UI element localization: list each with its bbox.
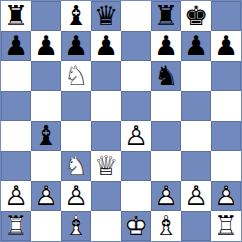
white-piece-outline: ♙ [31, 181, 61, 211]
square-h3[interactable] [211, 151, 241, 181]
square-h7[interactable]: ♟ [211, 31, 241, 61]
square-e5[interactable] [121, 91, 151, 121]
white-piece-outline: ♙ [211, 181, 241, 211]
square-c1[interactable]: ♝♗ [61, 211, 91, 241]
square-f8[interactable]: ♜ [151, 1, 181, 31]
white-piece-outline: ♙ [61, 181, 91, 211]
square-b5[interactable] [31, 91, 61, 121]
white-piece-outline: ♙ [151, 181, 181, 211]
white-bishop-icon[interactable]: ♝♗ [151, 211, 181, 241]
square-c3[interactable]: ♞♘ [61, 151, 91, 181]
white-pawn-icon[interactable]: ♟♙ [1, 181, 31, 211]
square-g8[interactable]: ♚ [181, 1, 211, 31]
square-c4[interactable] [61, 121, 91, 151]
square-f6[interactable]: ♞ [151, 61, 181, 91]
square-b6[interactable] [31, 61, 61, 91]
square-h6[interactable] [211, 61, 241, 91]
white-piece-outline: ♘ [61, 151, 91, 181]
white-knight-icon[interactable]: ♞♘ [61, 61, 91, 91]
square-c7[interactable]: ♟ [61, 31, 91, 61]
square-d3[interactable]: ♛♕ [91, 151, 121, 181]
square-a3[interactable] [1, 151, 31, 181]
square-d7[interactable]: ♟ [91, 31, 121, 61]
square-b4[interactable]: ♝ [31, 121, 61, 151]
white-piece-outline: ♗ [151, 211, 181, 241]
white-bishop-icon[interactable]: ♝♗ [61, 211, 91, 241]
black-pawn-icon[interactable]: ♟ [31, 31, 61, 61]
square-h2[interactable]: ♟♙ [211, 181, 241, 211]
square-e6[interactable] [121, 61, 151, 91]
square-c8[interactable]: ♝ [61, 1, 91, 31]
square-h5[interactable] [211, 91, 241, 121]
white-pawn-icon[interactable]: ♟♙ [31, 181, 61, 211]
black-pawn-icon[interactable]: ♟ [211, 31, 241, 61]
square-e3[interactable] [121, 151, 151, 181]
black-bishop-icon[interactable]: ♝ [61, 1, 91, 31]
square-h4[interactable] [211, 121, 241, 151]
square-f2[interactable]: ♟♙ [151, 181, 181, 211]
square-f7[interactable]: ♟ [151, 31, 181, 61]
square-a6[interactable] [1, 61, 31, 91]
square-a1[interactable]: ♜♖ [1, 211, 31, 241]
black-pawn-icon[interactable]: ♟ [151, 31, 181, 61]
square-g2[interactable]: ♟♙ [181, 181, 211, 211]
black-rook-icon[interactable]: ♜ [151, 1, 181, 31]
square-f3[interactable] [151, 151, 181, 181]
square-g7[interactable]: ♟ [181, 31, 211, 61]
white-queen-icon[interactable]: ♛♕ [91, 151, 121, 181]
square-d1[interactable] [91, 211, 121, 241]
black-bishop-icon[interactable]: ♝ [31, 121, 61, 151]
square-b7[interactable]: ♟ [31, 31, 61, 61]
square-a8[interactable]: ♜ [1, 1, 31, 31]
white-piece-outline: ♖ [1, 211, 31, 241]
square-a7[interactable]: ♟ [1, 31, 31, 61]
square-d6[interactable] [91, 61, 121, 91]
white-pawn-icon[interactable]: ♟♙ [121, 121, 151, 151]
white-rook-icon[interactable]: ♜♖ [211, 211, 241, 241]
white-rook-icon[interactable]: ♜♖ [1, 211, 31, 241]
square-a2[interactable]: ♟♙ [1, 181, 31, 211]
white-piece-outline: ♖ [211, 211, 241, 241]
black-queen-icon[interactable]: ♛ [91, 1, 121, 31]
square-d8[interactable]: ♛ [91, 1, 121, 31]
chess-board-container: ♜♝♛♜♚♟♟♟♟♟♟♟♞♘♞♝♟♙♞♘♛♕♟♙♟♙♟♙♟♙♟♙♟♙♜♖♝♗♚♔… [0, 0, 242, 242]
white-piece-outline: ♔ [121, 211, 151, 241]
white-pawn-icon[interactable]: ♟♙ [181, 181, 211, 211]
square-a5[interactable] [1, 91, 31, 121]
white-piece-outline: ♘ [61, 61, 91, 91]
white-piece-outline: ♙ [1, 181, 31, 211]
square-b1[interactable] [31, 211, 61, 241]
chess-board: ♜♝♛♜♚♟♟♟♟♟♟♟♞♘♞♝♟♙♞♘♛♕♟♙♟♙♟♙♟♙♟♙♟♙♜♖♝♗♚♔… [0, 0, 242, 242]
white-knight-icon[interactable]: ♞♘ [61, 151, 91, 181]
square-g5[interactable] [181, 91, 211, 121]
square-d5[interactable] [91, 91, 121, 121]
square-h1[interactable]: ♜♖ [211, 211, 241, 241]
square-d4[interactable] [91, 121, 121, 151]
square-c2[interactable]: ♟♙ [61, 181, 91, 211]
black-pawn-icon[interactable]: ♟ [181, 31, 211, 61]
square-g3[interactable] [181, 151, 211, 181]
square-c5[interactable] [61, 91, 91, 121]
square-b3[interactable] [31, 151, 61, 181]
white-piece-outline: ♕ [91, 151, 121, 181]
square-e1[interactable]: ♚♔ [121, 211, 151, 241]
black-pawn-icon[interactable]: ♟ [1, 31, 31, 61]
black-pawn-icon[interactable]: ♟ [91, 31, 121, 61]
square-g4[interactable] [181, 121, 211, 151]
square-g6[interactable] [181, 61, 211, 91]
white-piece-outline: ♙ [121, 121, 151, 151]
square-d2[interactable] [91, 181, 121, 211]
square-e7[interactable] [121, 31, 151, 61]
white-piece-outline: ♙ [181, 181, 211, 211]
square-e4[interactable]: ♟♙ [121, 121, 151, 151]
square-h8[interactable] [211, 1, 241, 31]
square-e2[interactable] [121, 181, 151, 211]
square-b8[interactable] [31, 1, 61, 31]
white-piece-outline: ♗ [61, 211, 91, 241]
square-g1[interactable] [181, 211, 211, 241]
square-c6[interactable]: ♞♘ [61, 61, 91, 91]
white-pawn-icon[interactable]: ♟♙ [151, 181, 181, 211]
square-f5[interactable] [151, 91, 181, 121]
square-f4[interactable] [151, 121, 181, 151]
square-e8[interactable] [121, 1, 151, 31]
white-pawn-icon[interactable]: ♟♙ [211, 181, 241, 211]
square-b2[interactable]: ♟♙ [31, 181, 61, 211]
white-pawn-icon[interactable]: ♟♙ [61, 181, 91, 211]
square-a4[interactable] [1, 121, 31, 151]
black-pawn-icon[interactable]: ♟ [61, 31, 91, 61]
black-rook-icon[interactable]: ♜ [1, 1, 31, 31]
black-king-icon[interactable]: ♚ [181, 1, 211, 31]
black-knight-icon[interactable]: ♞ [151, 61, 181, 91]
white-king-icon[interactable]: ♚♔ [121, 211, 151, 241]
square-f1[interactable]: ♝♗ [151, 211, 181, 241]
